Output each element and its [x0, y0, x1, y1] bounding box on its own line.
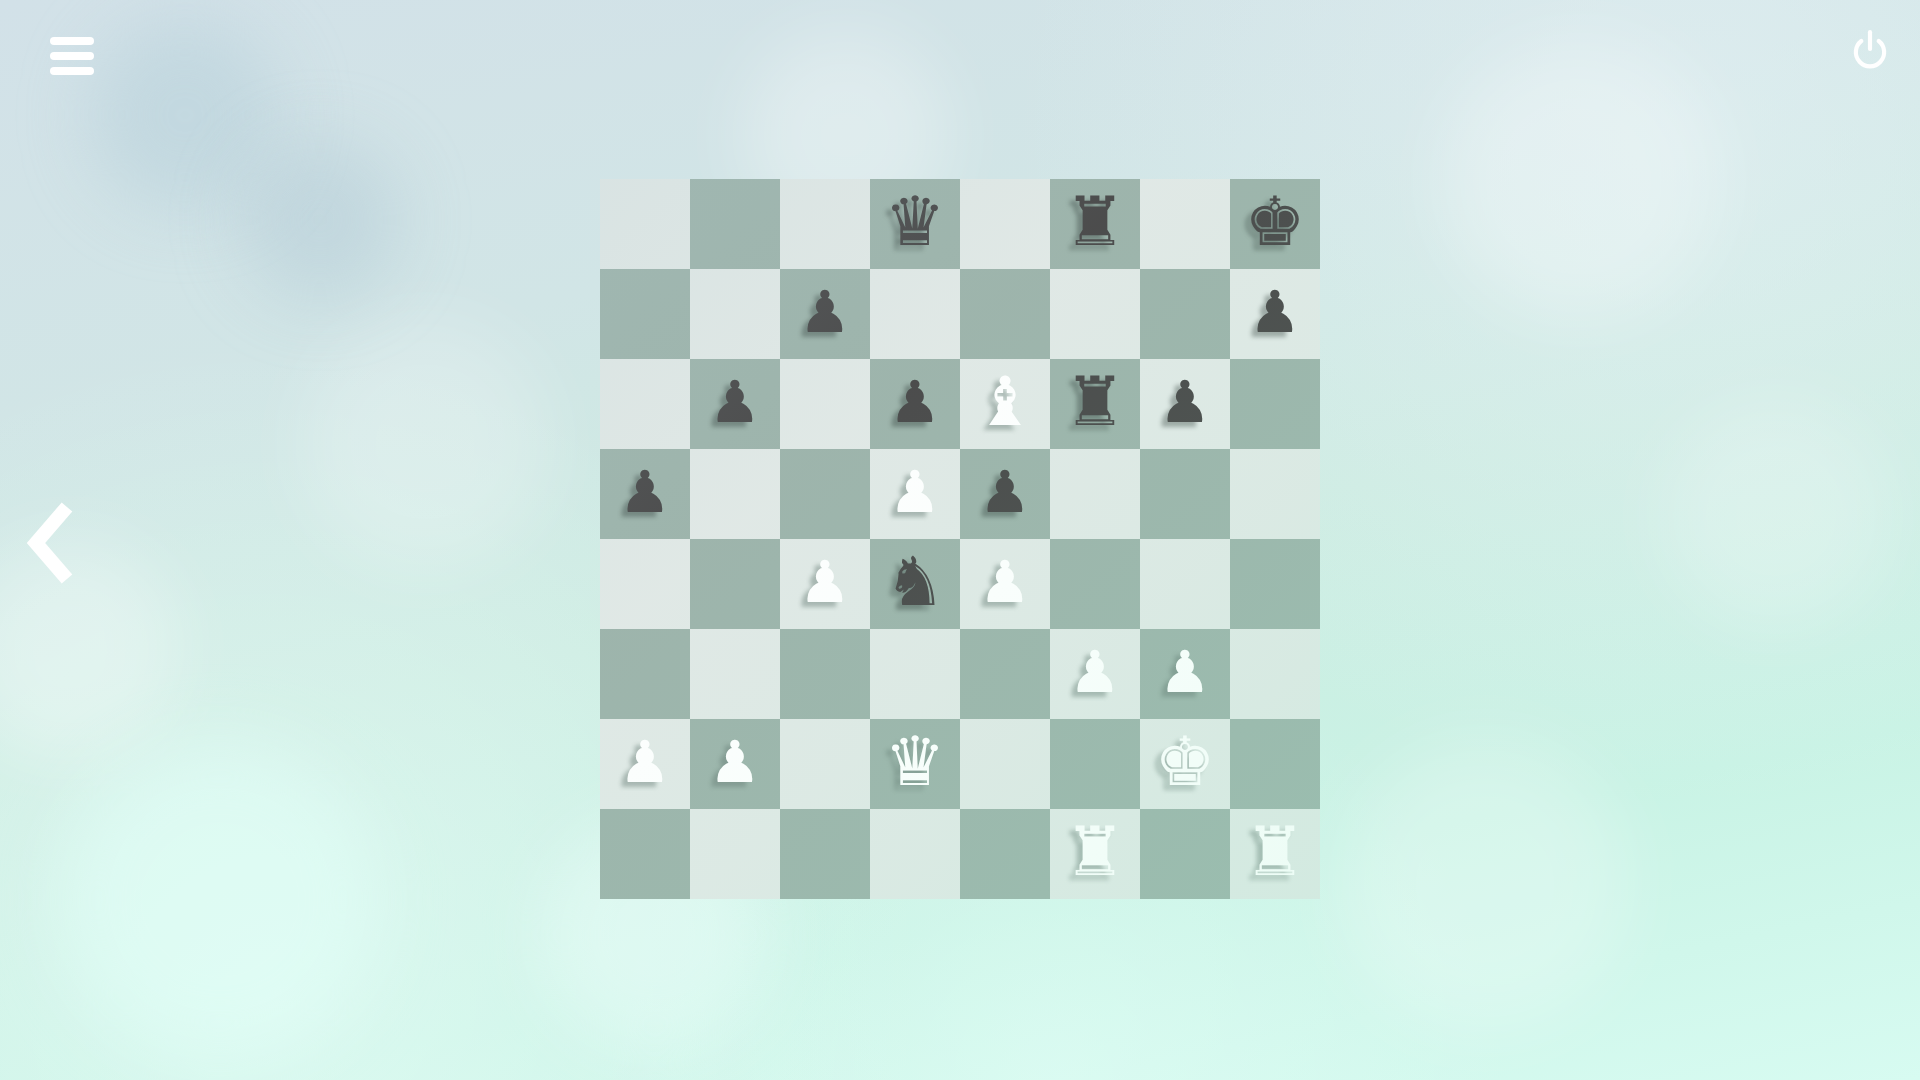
square-d7[interactable] — [870, 269, 960, 359]
piece-white-rook[interactable]: ♜ — [1245, 818, 1306, 886]
square-b2[interactable]: ♟ — [690, 719, 780, 809]
square-f4[interactable] — [1050, 539, 1140, 629]
square-d4[interactable]: ♞ — [870, 539, 960, 629]
square-g6[interactable]: ♟ — [1140, 359, 1230, 449]
piece-white-pawn[interactable]: ♟ — [799, 553, 851, 611]
square-f7[interactable] — [1050, 269, 1140, 359]
back-button[interactable] — [26, 500, 74, 586]
power-icon — [1850, 57, 1890, 76]
square-h8[interactable]: ♚ — [1230, 179, 1320, 269]
square-a3[interactable] — [600, 629, 690, 719]
hamburger-bar — [50, 67, 94, 75]
bokeh-circle — [300, 320, 550, 570]
square-c5[interactable] — [780, 449, 870, 539]
square-g8[interactable] — [1140, 179, 1230, 269]
square-e8[interactable] — [960, 179, 1050, 269]
square-c4[interactable]: ♟ — [780, 539, 870, 629]
square-e6[interactable]: ♝ — [960, 359, 1050, 449]
piece-white-rook[interactable]: ♜ — [1065, 818, 1126, 886]
square-e3[interactable] — [960, 629, 1050, 719]
hamburger-menu-button[interactable] — [50, 37, 94, 75]
square-a8[interactable] — [600, 179, 690, 269]
piece-black-pawn[interactable]: ♟ — [1249, 283, 1301, 341]
piece-black-pawn[interactable]: ♟ — [1159, 373, 1211, 431]
square-d5[interactable]: ♟ — [870, 449, 960, 539]
square-b8[interactable] — [690, 179, 780, 269]
square-a7[interactable] — [600, 269, 690, 359]
square-e2[interactable] — [960, 719, 1050, 809]
square-g7[interactable] — [1140, 269, 1230, 359]
square-d2[interactable]: ♛ — [870, 719, 960, 809]
square-h4[interactable] — [1230, 539, 1320, 629]
square-g4[interactable] — [1140, 539, 1230, 629]
square-c6[interactable] — [780, 359, 870, 449]
chess-board: ♛♜♚♟♟♟♟♝♜♟♟♟♟♟♞♟♟♟♟♟♛♚♜♜ — [600, 179, 1320, 899]
piece-black-pawn[interactable]: ♟ — [709, 373, 761, 431]
square-h1[interactable]: ♜ — [1230, 809, 1320, 899]
bokeh-circle — [1440, 40, 1720, 320]
square-f3[interactable]: ♟ — [1050, 629, 1140, 719]
square-a1[interactable] — [600, 809, 690, 899]
square-d3[interactable] — [870, 629, 960, 719]
square-f6[interactable]: ♜ — [1050, 359, 1140, 449]
bokeh-circle — [90, 20, 280, 210]
piece-white-bishop[interactable]: ♝ — [975, 368, 1036, 436]
square-d8[interactable]: ♛ — [870, 179, 960, 269]
hamburger-bar — [50, 37, 94, 45]
square-e7[interactable] — [960, 269, 1050, 359]
piece-black-queen[interactable]: ♛ — [885, 188, 946, 256]
piece-white-pawn[interactable]: ♟ — [979, 553, 1031, 611]
square-g1[interactable] — [1140, 809, 1230, 899]
square-h3[interactable] — [1230, 629, 1320, 719]
square-b5[interactable] — [690, 449, 780, 539]
square-b4[interactable] — [690, 539, 780, 629]
square-b7[interactable] — [690, 269, 780, 359]
piece-white-queen[interactable]: ♛ — [885, 728, 946, 796]
bokeh-circle — [60, 740, 380, 1060]
square-c1[interactable] — [780, 809, 870, 899]
piece-white-pawn[interactable]: ♟ — [1069, 643, 1121, 701]
square-e5[interactable]: ♟ — [960, 449, 1050, 539]
square-f8[interactable]: ♜ — [1050, 179, 1140, 269]
square-e4[interactable]: ♟ — [960, 539, 1050, 629]
square-a5[interactable]: ♟ — [600, 449, 690, 539]
bokeh-circle — [1340, 740, 1630, 1030]
chevron-left-icon — [26, 571, 74, 590]
piece-white-pawn[interactable]: ♟ — [619, 733, 671, 791]
square-c8[interactable] — [780, 179, 870, 269]
power-button[interactable] — [1850, 28, 1890, 72]
piece-black-knight[interactable]: ♞ — [885, 548, 946, 616]
square-h6[interactable] — [1230, 359, 1320, 449]
square-c2[interactable] — [780, 719, 870, 809]
square-d1[interactable] — [870, 809, 960, 899]
piece-white-pawn[interactable]: ♟ — [1159, 643, 1211, 701]
square-b6[interactable]: ♟ — [690, 359, 780, 449]
piece-black-pawn[interactable]: ♟ — [979, 463, 1031, 521]
square-a2[interactable]: ♟ — [600, 719, 690, 809]
piece-white-king[interactable]: ♚ — [1155, 728, 1216, 796]
hamburger-bar — [50, 52, 94, 60]
square-h7[interactable]: ♟ — [1230, 269, 1320, 359]
piece-black-pawn[interactable]: ♟ — [799, 283, 851, 341]
square-a6[interactable] — [600, 359, 690, 449]
square-f2[interactable] — [1050, 719, 1140, 809]
square-c3[interactable] — [780, 629, 870, 719]
piece-white-pawn[interactable]: ♟ — [709, 733, 761, 791]
square-h2[interactable] — [1230, 719, 1320, 809]
square-f5[interactable] — [1050, 449, 1140, 539]
piece-black-pawn[interactable]: ♟ — [619, 463, 671, 521]
square-h5[interactable] — [1230, 449, 1320, 539]
square-g2[interactable]: ♚ — [1140, 719, 1230, 809]
square-b3[interactable] — [690, 629, 780, 719]
square-b1[interactable] — [690, 809, 780, 899]
square-d6[interactable]: ♟ — [870, 359, 960, 449]
square-f1[interactable]: ♜ — [1050, 809, 1140, 899]
square-g5[interactable] — [1140, 449, 1230, 539]
piece-black-pawn[interactable]: ♟ — [889, 373, 941, 431]
piece-white-pawn[interactable]: ♟ — [889, 463, 941, 521]
piece-black-rook[interactable]: ♜ — [1065, 188, 1126, 256]
bokeh-circle — [1660, 400, 1890, 630]
app-background: ♛♜♚♟♟♟♟♝♜♟♟♟♟♟♞♟♟♟♟♟♛♚♜♜ — [0, 0, 1920, 1080]
bokeh-circle — [240, 140, 400, 300]
square-g3[interactable]: ♟ — [1140, 629, 1230, 719]
square-a4[interactable] — [600, 539, 690, 629]
square-c7[interactable]: ♟ — [780, 269, 870, 359]
square-e1[interactable] — [960, 809, 1050, 899]
piece-black-king[interactable]: ♚ — [1245, 188, 1306, 256]
piece-black-rook[interactable]: ♜ — [1065, 368, 1126, 436]
